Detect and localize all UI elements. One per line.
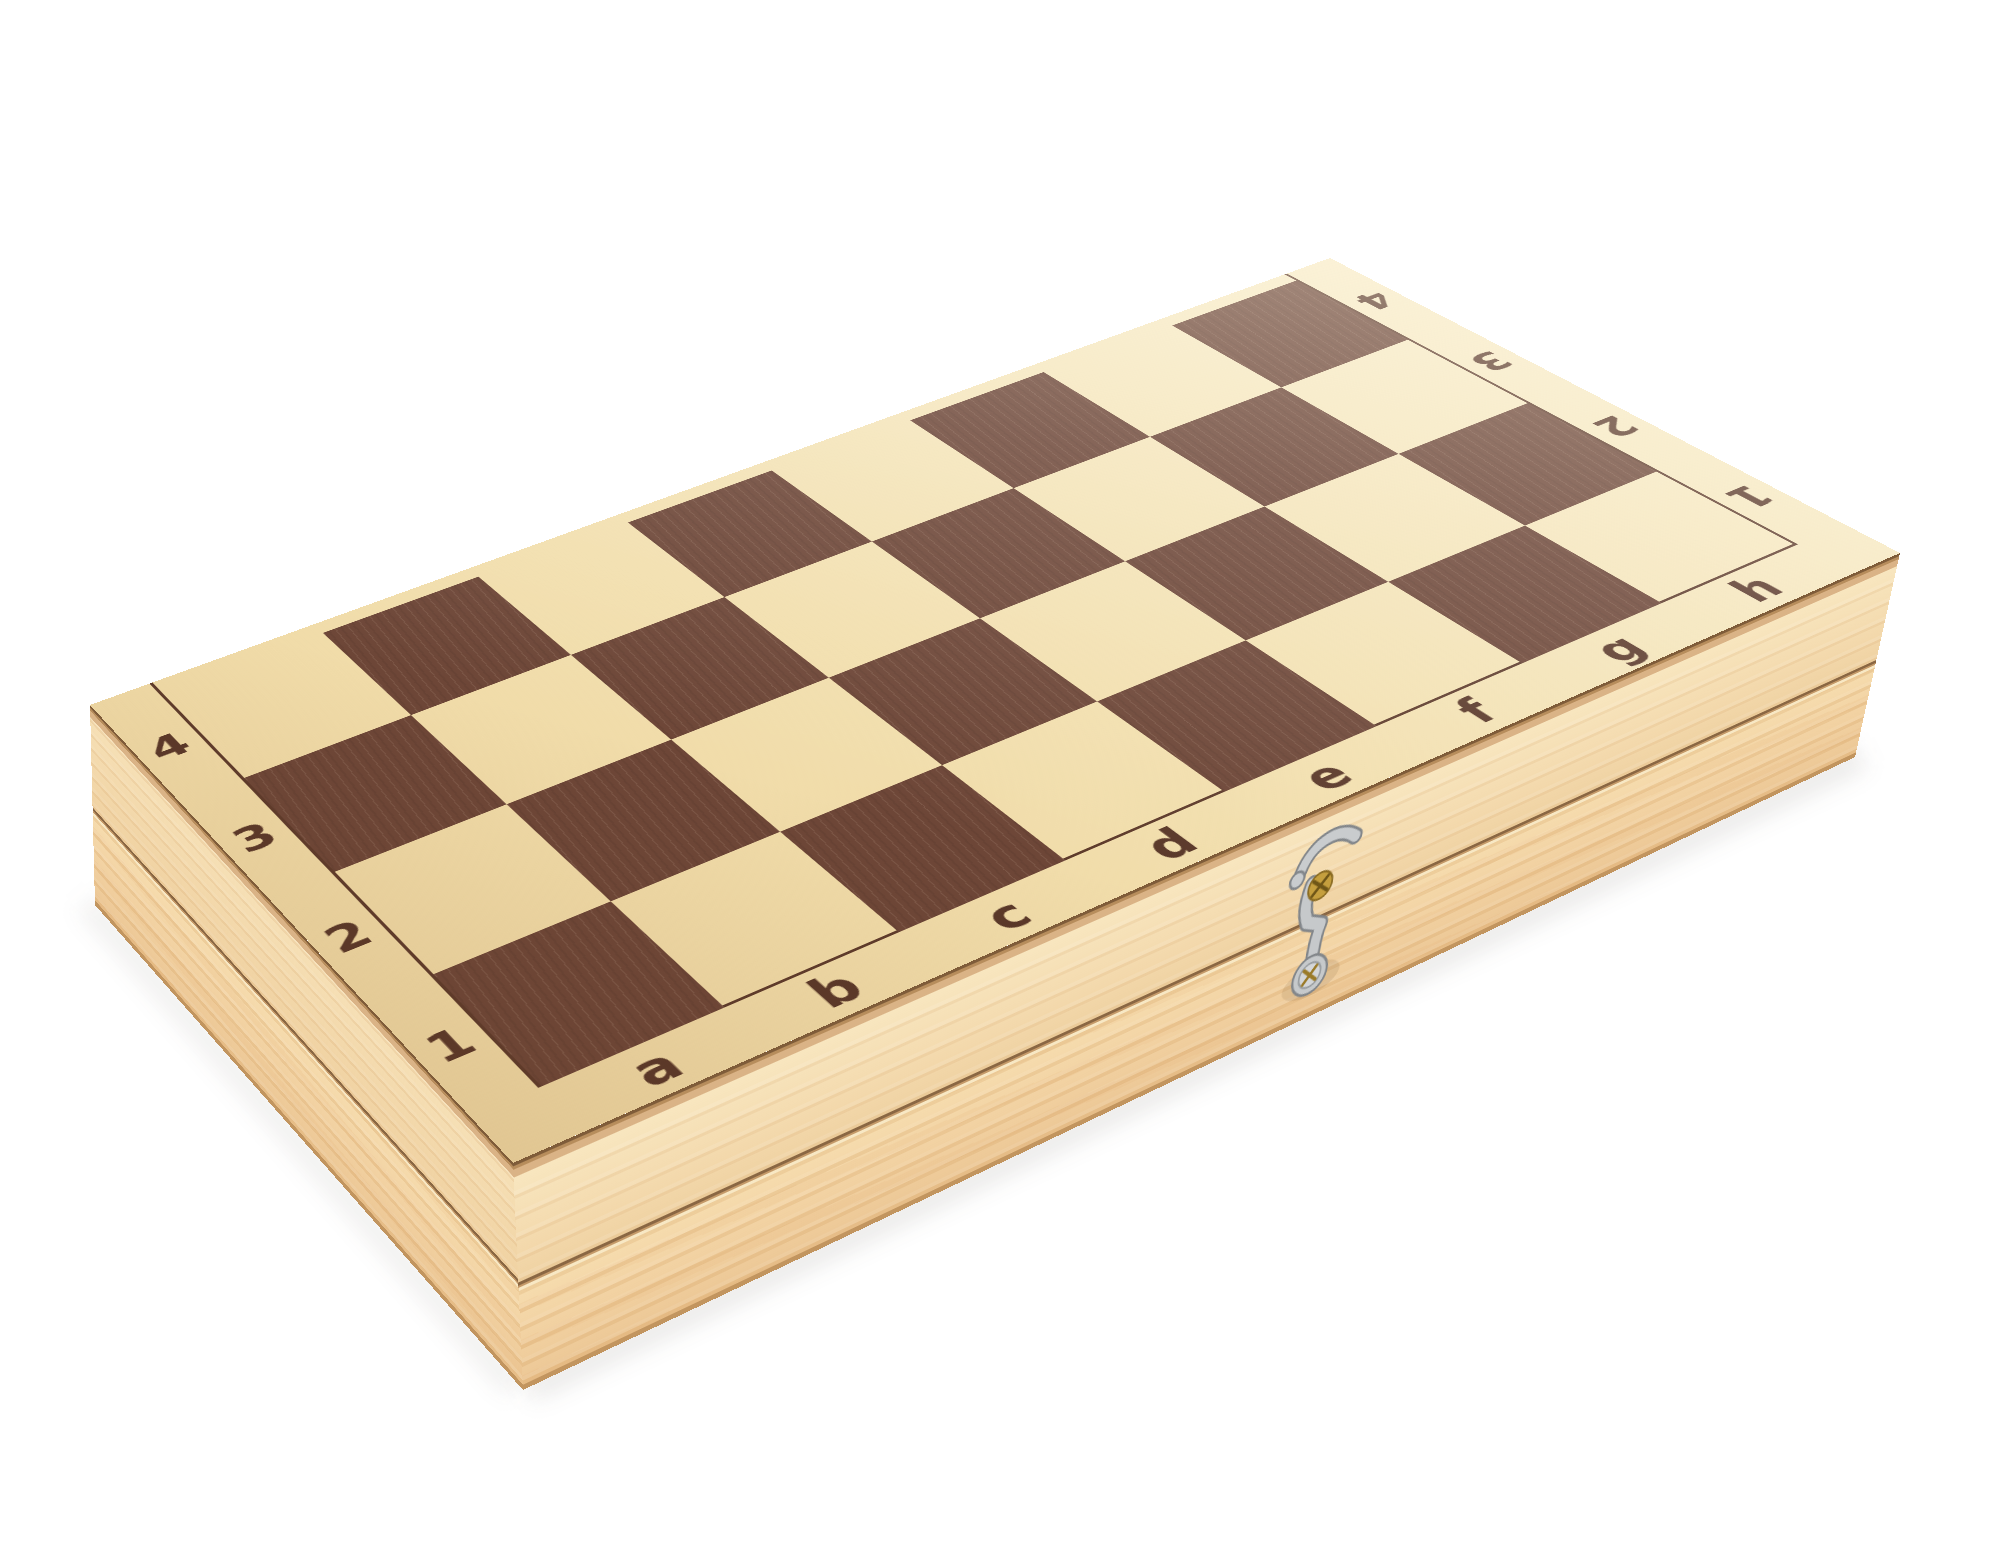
product-photo-stage: 4321 4321 abcdefgh xyxy=(0,0,1996,1568)
